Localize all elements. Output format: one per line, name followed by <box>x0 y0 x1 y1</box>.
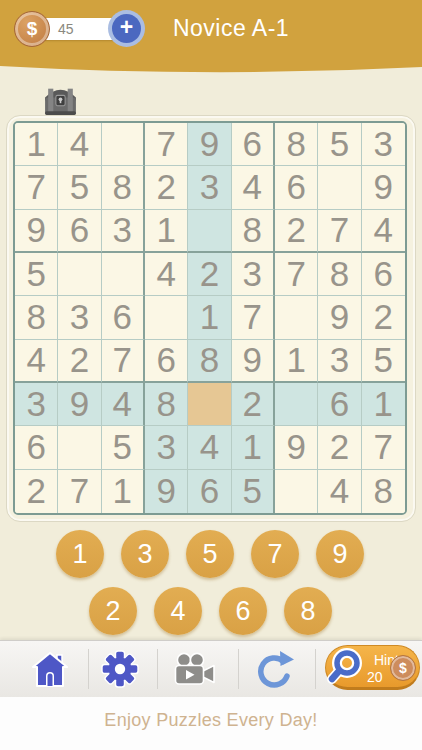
toolbar-divider <box>88 649 89 689</box>
cell-r1c1[interactable]: 1 <box>15 123 58 166</box>
cell-r8c8[interactable]: 2 <box>318 426 361 469</box>
cell-r3c7[interactable]: 2 <box>275 210 318 253</box>
board-panel: 1479685375823469963182745423786836179242… <box>6 115 416 522</box>
sudoku-grid: 1479685375823469963182745423786836179242… <box>13 121 407 515</box>
cell-r7c9[interactable]: 1 <box>362 383 405 426</box>
hints-coin-icon: $ <box>390 655 416 681</box>
cell-r5c9[interactable]: 2 <box>362 296 405 339</box>
cell-r1c4[interactable]: 7 <box>145 123 188 166</box>
numpad-button-8[interactable]: 8 <box>284 587 332 635</box>
cell-r5c5[interactable]: 1 <box>188 296 231 339</box>
hints-count: 20 <box>367 669 383 685</box>
cell-r3c3[interactable]: 3 <box>102 210 145 253</box>
cell-r6c9[interactable]: 5 <box>362 340 405 383</box>
cell-r8c4[interactable]: 3 <box>145 426 188 469</box>
numpad-button-1[interactable]: 1 <box>56 530 104 578</box>
cell-r9c2[interactable]: 7 <box>58 470 101 513</box>
cell-r9c1[interactable]: 2 <box>15 470 58 513</box>
home-icon <box>30 650 70 690</box>
cell-r9c4[interactable]: 9 <box>145 470 188 513</box>
cell-r2c2[interactable]: 5 <box>58 166 101 209</box>
cell-r6c4[interactable]: 6 <box>145 340 188 383</box>
cell-r2c8[interactable] <box>318 166 361 209</box>
add-coins-button[interactable]: + <box>108 10 145 47</box>
cell-r6c3[interactable]: 7 <box>102 340 145 383</box>
cell-r7c7[interactable] <box>275 383 318 426</box>
numpad-button-6[interactable]: 6 <box>219 587 267 635</box>
toolbar-divider <box>315 649 316 689</box>
cell-r5c8[interactable]: 9 <box>318 296 361 339</box>
cell-r9c5[interactable]: 6 <box>188 470 231 513</box>
header-curve <box>0 62 422 78</box>
cell-r5c1[interactable]: 8 <box>15 296 58 339</box>
cell-r8c9[interactable]: 7 <box>362 426 405 469</box>
cell-r3c4[interactable]: 1 <box>145 210 188 253</box>
cell-r4c5[interactable]: 2 <box>188 253 231 296</box>
cell-r1c8[interactable]: 5 <box>318 123 361 166</box>
cell-r2c7[interactable]: 6 <box>275 166 318 209</box>
numpad-button-3[interactable]: 3 <box>121 530 169 578</box>
cell-r6c8[interactable]: 3 <box>318 340 361 383</box>
app-screen: Novice A-1 45 $ + 1479685375823469963182… <box>0 0 422 750</box>
cell-r7c8[interactable]: 6 <box>318 383 361 426</box>
chest-icon <box>42 82 79 119</box>
cell-r6c1[interactable]: 4 <box>15 340 58 383</box>
numpad-button-4[interactable]: 4 <box>154 587 202 635</box>
cell-r2c6[interactable]: 4 <box>232 166 275 209</box>
home-button[interactable] <box>30 650 70 690</box>
cell-r4c7[interactable]: 7 <box>275 253 318 296</box>
cell-r7c6[interactable]: 2 <box>232 383 275 426</box>
cell-r5c7[interactable] <box>275 296 318 339</box>
settings-button[interactable] <box>101 650 139 688</box>
cell-r9c3[interactable]: 1 <box>102 470 145 513</box>
cell-r3c2[interactable]: 6 <box>58 210 101 253</box>
cell-r4c4[interactable]: 4 <box>145 253 188 296</box>
cell-r6c5[interactable]: 8 <box>188 340 231 383</box>
coin-icon: $ <box>14 11 50 47</box>
hints-button[interactable]: Hints 20 $ <box>325 645 420 690</box>
cell-r4c6[interactable]: 3 <box>232 253 275 296</box>
cell-r3c6[interactable]: 8 <box>232 210 275 253</box>
cell-r1c5[interactable]: 9 <box>188 123 231 166</box>
cell-r8c1[interactable]: 6 <box>15 426 58 469</box>
cell-r6c6[interactable]: 9 <box>232 340 275 383</box>
restart-icon <box>255 649 295 689</box>
cell-r5c3[interactable]: 6 <box>102 296 145 339</box>
cell-r2c1[interactable]: 7 <box>15 166 58 209</box>
cell-r2c3[interactable]: 8 <box>102 166 145 209</box>
numpad-button-2[interactable]: 2 <box>89 587 137 635</box>
gear-icon <box>101 650 139 688</box>
cell-r6c7[interactable]: 1 <box>275 340 318 383</box>
cell-r7c5[interactable] <box>188 383 231 426</box>
toolbar-divider <box>157 649 158 689</box>
cell-r5c4[interactable] <box>145 296 188 339</box>
numpad-button-7[interactable]: 7 <box>251 530 299 578</box>
magnifier-icon <box>327 647 369 691</box>
cell-r8c3[interactable]: 5 <box>102 426 145 469</box>
cell-r4c1[interactable]: 5 <box>15 253 58 296</box>
footer-area: Enjoy Puzzles Every Day! <box>0 697 422 750</box>
video-camera-icon <box>174 652 216 686</box>
cell-r3c8[interactable]: 7 <box>318 210 361 253</box>
bottom-toolbar: Hints 20 $ <box>0 640 422 697</box>
cell-r4c9[interactable]: 6 <box>362 253 405 296</box>
cell-r7c2[interactable]: 9 <box>58 383 101 426</box>
toolbar-divider <box>238 649 239 689</box>
cell-r8c7[interactable]: 9 <box>275 426 318 469</box>
cell-r5c2[interactable]: 3 <box>58 296 101 339</box>
cell-r7c3[interactable]: 4 <box>102 383 145 426</box>
cell-r4c2[interactable] <box>58 253 101 296</box>
cell-r6c2[interactable]: 2 <box>58 340 101 383</box>
cell-r3c5[interactable] <box>188 210 231 253</box>
cell-r1c7[interactable]: 8 <box>275 123 318 166</box>
cell-r3c9[interactable]: 4 <box>362 210 405 253</box>
cell-r1c2[interactable]: 4 <box>58 123 101 166</box>
cell-r2c4[interactable]: 2 <box>145 166 188 209</box>
cell-r1c9[interactable]: 3 <box>362 123 405 166</box>
cell-r9c6[interactable]: 5 <box>232 470 275 513</box>
cell-r7c1[interactable]: 3 <box>15 383 58 426</box>
cell-r1c6[interactable]: 6 <box>232 123 275 166</box>
numpad-button-9[interactable]: 9 <box>316 530 364 578</box>
cell-r5c6[interactable]: 7 <box>232 296 275 339</box>
cell-r9c8[interactable]: 4 <box>318 470 361 513</box>
footer-message: Enjoy Puzzles Every Day! <box>0 710 422 731</box>
restart-button[interactable] <box>255 649 295 689</box>
video-ad-button[interactable] <box>174 652 216 686</box>
cell-r4c8[interactable]: 8 <box>318 253 361 296</box>
cell-r4c3[interactable] <box>102 253 145 296</box>
plus-icon: + <box>112 14 141 43</box>
cell-r9c9[interactable]: 8 <box>362 470 405 513</box>
cell-r7c4[interactable]: 8 <box>145 383 188 426</box>
numpad-button-5[interactable]: 5 <box>186 530 234 578</box>
cell-r2c5[interactable]: 3 <box>188 166 231 209</box>
cell-r2c9[interactable]: 9 <box>362 166 405 209</box>
cell-r8c6[interactable]: 1 <box>232 426 275 469</box>
cell-r1c3[interactable] <box>102 123 145 166</box>
cell-r8c2[interactable] <box>58 426 101 469</box>
coin-balance: 45 <box>58 21 74 37</box>
cell-r3c1[interactable]: 9 <box>15 210 58 253</box>
cell-r8c5[interactable]: 4 <box>188 426 231 469</box>
cell-r9c7[interactable] <box>275 470 318 513</box>
